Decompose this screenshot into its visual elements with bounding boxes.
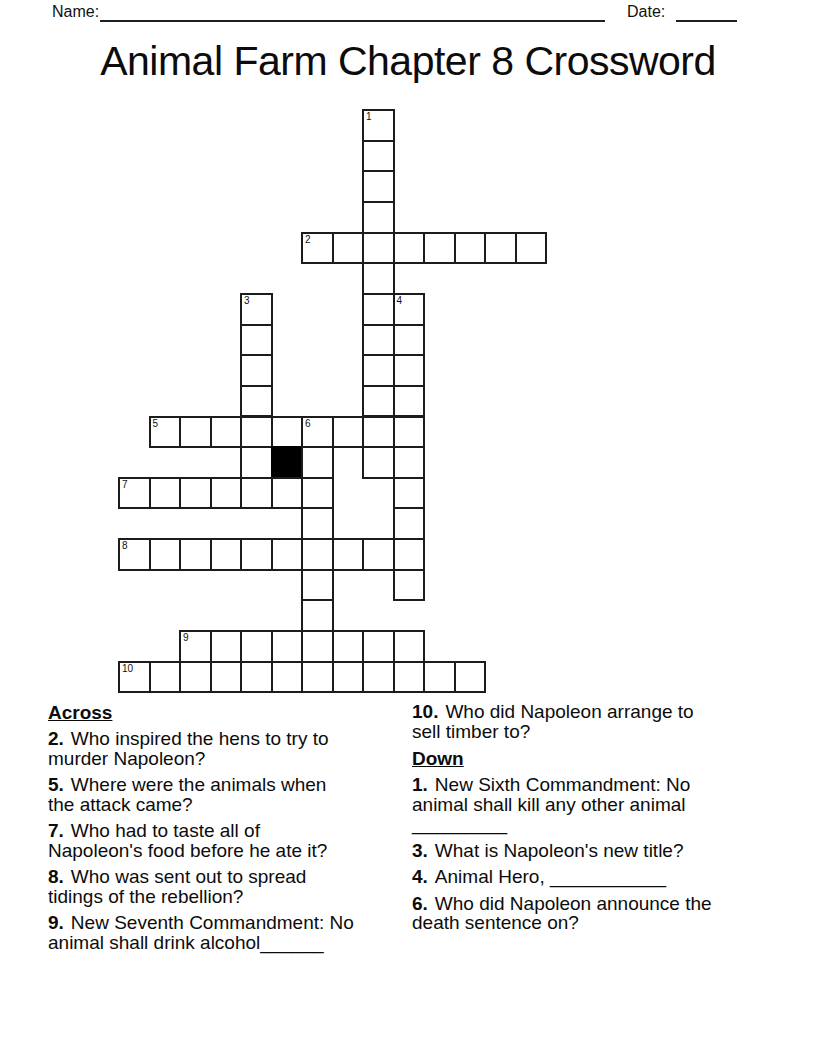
grid-cell[interactable] (240, 446, 273, 479)
grid-cell[interactable] (149, 661, 182, 694)
clue-number-label: 2. (48, 728, 64, 749)
grid-cell[interactable] (271, 477, 304, 510)
grid-cell[interactable] (301, 569, 334, 602)
grid-cell[interactable] (210, 661, 243, 694)
grid-cell[interactable] (362, 385, 395, 418)
clue-text: Who had to taste all of Napoleon's food … (48, 820, 327, 861)
grid-cell[interactable]: 7 (118, 477, 151, 510)
grid-cell[interactable] (179, 538, 212, 571)
grid-cell[interactable] (393, 385, 426, 418)
grid-cell[interactable] (240, 538, 273, 571)
grid-cell[interactable] (393, 661, 426, 694)
grid-cell[interactable] (393, 507, 426, 540)
name-label: Name: (52, 3, 99, 21)
clue-text: Who inspired the hens to try to murder N… (48, 728, 329, 769)
grid-cell[interactable]: 8 (118, 538, 151, 571)
grid-cell[interactable] (362, 538, 395, 571)
grid-cell[interactable] (301, 507, 334, 540)
clue-8-across: 8.Who was sent out to spread tidings of … (48, 867, 408, 906)
date-label: Date: (627, 3, 665, 21)
grid-cell[interactable] (149, 538, 182, 571)
clue-number: 6 (305, 418, 311, 429)
clue-number-label: 9. (48, 912, 64, 933)
grid-cell[interactable] (332, 538, 365, 571)
clue-text: Who did Napoleon arrange to sell timber … (412, 701, 694, 742)
grid-cell[interactable] (271, 416, 304, 449)
grid-cell[interactable] (362, 661, 395, 694)
clue-2-across: 2.Who inspired the hens to try to murder… (48, 729, 408, 768)
grid-cell[interactable]: 10 (118, 661, 151, 694)
clue-number-label: 8. (48, 866, 64, 887)
clue-6-down: 6.Who did Napoleon announce the death se… (412, 894, 772, 933)
grid-cell[interactable] (240, 630, 273, 663)
grid-cell[interactable] (240, 385, 273, 418)
grid-cell[interactable] (454, 232, 487, 265)
down-clues-list: 1.New Sixth Commandment: No animal shall… (412, 775, 772, 933)
grid-cell[interactable] (301, 538, 334, 571)
grid-cell[interactable] (454, 661, 487, 694)
grid-cell[interactable] (393, 538, 426, 571)
grid-cell[interactable] (362, 324, 395, 357)
grid-cell[interactable]: 5 (149, 416, 182, 449)
clue-number-label: 3. (412, 840, 428, 861)
grid-cell[interactable] (393, 630, 426, 663)
clue-7-across: 7.Who had to taste all of Napoleon's foo… (48, 821, 408, 860)
grid-cell[interactable]: 3 (240, 293, 273, 326)
grid-cell[interactable] (393, 477, 426, 510)
grid-cell[interactable] (240, 354, 273, 387)
grid-cell[interactable] (393, 354, 426, 387)
grid-cell[interactable] (210, 416, 243, 449)
clue-number-label: 1. (412, 774, 428, 795)
grid-cell[interactable] (240, 416, 273, 449)
crossword-grid: 12345678910 (118, 109, 548, 694)
clue-number: 1 (366, 111, 372, 122)
grid-cell[interactable] (362, 232, 395, 265)
grid-cell[interactable]: 1 (362, 109, 395, 142)
clue-9-across: 9.New Seventh Commandment: No animal sha… (48, 913, 408, 952)
down-header: Down (412, 748, 772, 770)
grid-cell[interactable] (362, 630, 395, 663)
clue-5-across: 5.Where were the animals when the attack… (48, 775, 408, 814)
clue-number: 7 (122, 479, 128, 490)
grid-cell[interactable] (362, 170, 395, 203)
clue-number: 8 (122, 540, 128, 551)
date-input-line[interactable] (676, 0, 737, 22)
clue-text: What is Napoleon's new title? (435, 840, 684, 861)
grid-cell[interactable] (393, 232, 426, 265)
clue-number: 5 (153, 418, 159, 429)
clue-1-down: 1.New Sixth Commandment: No animal shall… (412, 775, 772, 834)
grid-cell[interactable]: 2 (301, 232, 334, 265)
grid-cell[interactable] (240, 661, 273, 694)
clue-number-label: 10. (412, 701, 438, 722)
page-title: Animal Farm Chapter 8 Crossword (0, 38, 816, 85)
grid-cell[interactable] (362, 140, 395, 173)
grid-cell[interactable] (301, 446, 334, 479)
clue-number: 10 (122, 663, 133, 674)
clue-number-label: 5. (48, 774, 64, 795)
clue-text: New Sixth Commandment: No animal shall k… (412, 774, 690, 834)
grid-cell[interactable] (362, 354, 395, 387)
grid-cell[interactable] (362, 201, 395, 234)
grid-cell[interactable] (484, 232, 517, 265)
across-header: Across (48, 702, 408, 724)
name-input-line[interactable] (100, 0, 605, 22)
clue-text: New Seventh Commandment: No animal shall… (48, 912, 354, 953)
clues-left-column: Across 2.Who inspired the hens to try to… (48, 702, 408, 959)
grid-cell[interactable] (362, 293, 395, 326)
grid-cell[interactable] (179, 477, 212, 510)
grid-cell[interactable] (301, 599, 334, 632)
clue-text: Who did Napoleon announce the death sent… (412, 893, 712, 934)
grid-cell[interactable] (301, 661, 334, 694)
grid-cell-black (271, 446, 304, 479)
grid-cell[interactable] (362, 262, 395, 295)
grid-cell[interactable] (423, 661, 456, 694)
grid-cell[interactable] (332, 232, 365, 265)
grid-cell[interactable] (393, 446, 426, 479)
grid-cell[interactable]: 6 (301, 416, 334, 449)
grid-cell[interactable] (362, 416, 395, 449)
grid-cell[interactable] (271, 630, 304, 663)
across-clues-overflow: 10.Who did Napoleon arrange to sell timb… (412, 702, 772, 741)
grid-cell[interactable] (240, 477, 273, 510)
grid-cell[interactable] (393, 569, 426, 602)
grid-cell[interactable] (301, 477, 334, 510)
grid-cell[interactable] (179, 416, 212, 449)
grid-cell[interactable] (423, 232, 456, 265)
grid-cell[interactable] (393, 416, 426, 449)
clue-10-across: 10.Who did Napoleon arrange to sell timb… (412, 702, 772, 741)
clue-text: Where were the animals when the attack c… (48, 774, 326, 815)
clue-number-label: 7. (48, 820, 64, 841)
grid-cell[interactable] (393, 324, 426, 357)
clue-3-down: 3.What is Napoleon's new title? (412, 841, 772, 861)
grid-cell[interactable] (210, 538, 243, 571)
grid-cell[interactable] (271, 538, 304, 571)
clue-text: Who was sent out to spread tidings of th… (48, 866, 306, 907)
grid-cell[interactable] (362, 446, 395, 479)
grid-cell[interactable] (210, 477, 243, 510)
grid-cell[interactable] (179, 661, 212, 694)
clue-number-label: 6. (412, 893, 428, 914)
clue-text: Animal Hero, ___________ (435, 866, 666, 887)
grid-cell[interactable]: 9 (179, 630, 212, 663)
grid-cell[interactable] (332, 661, 365, 694)
clue-number: 9 (183, 632, 189, 643)
worksheet-page: Name: Date: Animal Farm Chapter 8 Crossw… (0, 0, 816, 1056)
grid-cell[interactable] (210, 630, 243, 663)
grid-cell[interactable] (332, 630, 365, 663)
grid-cell[interactable] (515, 232, 548, 265)
across-clues-list: 2.Who inspired the hens to try to murder… (48, 729, 408, 952)
clue-4-down: 4.Animal Hero, ___________ (412, 867, 772, 887)
grid-cell[interactable] (240, 324, 273, 357)
clue-number-label: 4. (412, 866, 428, 887)
grid-cell[interactable] (271, 661, 304, 694)
clues-right-column: 10.Who did Napoleon arrange to sell timb… (412, 702, 772, 940)
clue-number: 4 (397, 295, 403, 306)
grid-cell[interactable] (149, 477, 182, 510)
grid-cell[interactable] (301, 630, 334, 663)
clue-number: 2 (305, 234, 311, 245)
clue-number: 3 (244, 295, 250, 306)
grid-cell[interactable] (332, 416, 365, 449)
grid-cell[interactable]: 4 (393, 293, 426, 326)
